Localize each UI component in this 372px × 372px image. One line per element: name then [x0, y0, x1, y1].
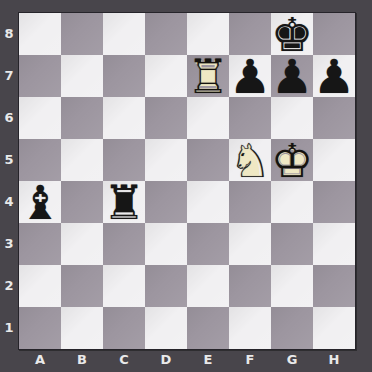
rank-label-4: 4: [0, 181, 18, 223]
square-b7[interactable]: [61, 55, 103, 97]
white-piece-outline: ♖: [187, 55, 229, 97]
square-d8[interactable]: [145, 13, 187, 55]
square-d5[interactable]: [145, 139, 187, 181]
square-d7[interactable]: [145, 55, 187, 97]
piece-black-bishop-a4[interactable]: ♝: [19, 181, 61, 223]
square-c8[interactable]: [103, 13, 145, 55]
square-b6[interactable]: [61, 97, 103, 139]
black-piece-glyph: ♟: [313, 55, 355, 97]
square-c6[interactable]: [103, 97, 145, 139]
square-d4[interactable]: [145, 181, 187, 223]
square-f1[interactable]: [229, 307, 271, 349]
square-d2[interactable]: [145, 265, 187, 307]
black-piece-glyph: ♟: [271, 55, 313, 97]
piece-black-rook-c4[interactable]: ♜: [103, 181, 145, 223]
rank-label-7: 7: [0, 55, 18, 97]
square-f3[interactable]: [229, 223, 271, 265]
rank-label-2: 2: [0, 265, 18, 307]
square-b4[interactable]: [61, 181, 103, 223]
square-a6[interactable]: [19, 97, 61, 139]
rank-label-3: 3: [0, 223, 18, 265]
square-a8[interactable]: [19, 13, 61, 55]
file-label-h: H: [313, 351, 355, 369]
chess-diagram: 87654321 ABCDEFGH ♚♜♖♟♟♟♞♘♚♔♝♜: [0, 0, 372, 372]
square-g3[interactable]: [271, 223, 313, 265]
square-g1[interactable]: [271, 307, 313, 349]
rank-label-1: 1: [0, 307, 18, 349]
file-label-a: A: [19, 351, 61, 369]
square-b3[interactable]: [61, 223, 103, 265]
square-c1[interactable]: [103, 307, 145, 349]
piece-white-knight-f5[interactable]: ♞♘: [229, 139, 271, 181]
square-b8[interactable]: [61, 13, 103, 55]
file-label-e: E: [187, 351, 229, 369]
square-h4[interactable]: [313, 181, 355, 223]
square-c2[interactable]: [103, 265, 145, 307]
white-piece-outline: ♘: [229, 139, 271, 181]
file-label-b: B: [61, 351, 103, 369]
file-label-d: D: [145, 351, 187, 369]
square-b5[interactable]: [61, 139, 103, 181]
rank-label-6: 6: [0, 97, 18, 139]
file-label-c: C: [103, 351, 145, 369]
black-piece-glyph: ♟: [229, 55, 271, 97]
square-c7[interactable]: [103, 55, 145, 97]
square-a7[interactable]: [19, 55, 61, 97]
square-a1[interactable]: [19, 307, 61, 349]
piece-black-pawn-h7[interactable]: ♟: [313, 55, 355, 97]
square-h1[interactable]: [313, 307, 355, 349]
square-h5[interactable]: [313, 139, 355, 181]
black-piece-glyph: ♝: [19, 181, 61, 223]
board-frame: ♚♜♖♟♟♟♞♘♚♔♝♜: [18, 12, 356, 350]
white-piece-outline: ♔: [271, 139, 313, 181]
black-piece-glyph: ♜: [103, 181, 145, 223]
rank-label-5: 5: [0, 139, 18, 181]
square-e3[interactable]: [187, 223, 229, 265]
square-a2[interactable]: [19, 265, 61, 307]
square-d3[interactable]: [145, 223, 187, 265]
square-b1[interactable]: [61, 307, 103, 349]
piece-black-pawn-g7[interactable]: ♟: [271, 55, 313, 97]
square-b2[interactable]: [61, 265, 103, 307]
file-label-g: G: [271, 351, 313, 369]
square-g2[interactable]: [271, 265, 313, 307]
square-h3[interactable]: [313, 223, 355, 265]
square-e1[interactable]: [187, 307, 229, 349]
piece-black-pawn-f7[interactable]: ♟: [229, 55, 271, 97]
file-label-f: F: [229, 351, 271, 369]
piece-white-rook-e7[interactable]: ♜♖: [187, 55, 229, 97]
rank-label-8: 8: [0, 13, 18, 55]
square-f2[interactable]: [229, 265, 271, 307]
piece-white-king-g5[interactable]: ♚♔: [271, 139, 313, 181]
square-d1[interactable]: [145, 307, 187, 349]
square-e5[interactable]: [187, 139, 229, 181]
square-e2[interactable]: [187, 265, 229, 307]
square-e4[interactable]: [187, 181, 229, 223]
square-h2[interactable]: [313, 265, 355, 307]
square-d6[interactable]: [145, 97, 187, 139]
